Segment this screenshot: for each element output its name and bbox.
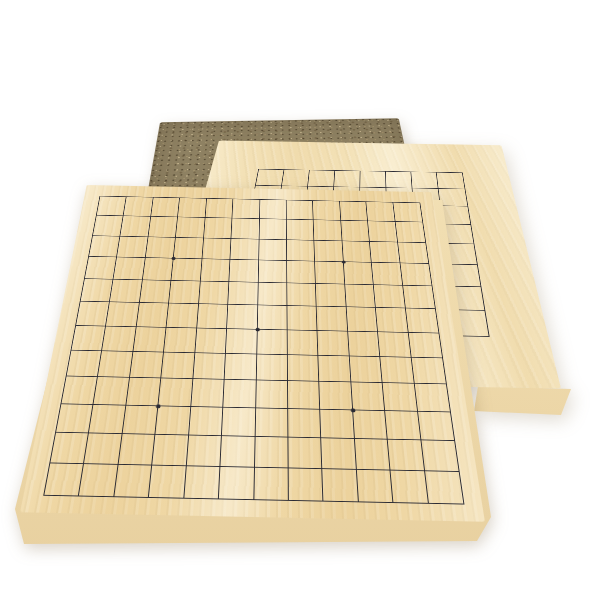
goban-cell (287, 220, 315, 241)
goban-cell (317, 307, 348, 332)
goban-cell (388, 440, 425, 471)
goban-cell (374, 285, 406, 309)
goban-cell (228, 282, 258, 306)
goban-cell (124, 197, 154, 217)
goban-cell (191, 379, 225, 407)
goban-cell (376, 308, 408, 333)
goban-cell (254, 467, 289, 500)
goban-cell (94, 377, 130, 405)
goban-cell (289, 468, 324, 501)
goban-cell (411, 358, 446, 385)
goban-cell (288, 438, 322, 469)
goban-cell (110, 279, 143, 302)
goban-cell (256, 381, 288, 409)
goban-cell (149, 465, 186, 498)
goban-cell (319, 382, 352, 410)
goban-cell (152, 435, 188, 466)
goban-cell (227, 305, 258, 330)
goban-cell (197, 304, 228, 329)
goban-cell (287, 330, 318, 356)
goban-cell (178, 198, 207, 218)
goban-cell (122, 405, 158, 434)
goban-cell (200, 259, 230, 282)
goban-cell (321, 438, 356, 469)
goban-cell (79, 464, 118, 497)
goban-cell (126, 378, 161, 406)
goban-cell (232, 199, 260, 219)
goban-cell (133, 327, 166, 353)
hoshi-star-point (350, 408, 355, 412)
goban-cell (400, 263, 432, 286)
goban-cell (383, 383, 418, 411)
goban-cell (44, 463, 84, 496)
goban-cell (231, 219, 259, 240)
goban-cell (89, 405, 126, 434)
goban-cell (184, 466, 220, 499)
goban-cell (106, 302, 139, 327)
goban-cell (351, 383, 385, 411)
goban-cell (81, 279, 114, 302)
goban-cell (319, 356, 352, 383)
goban-cell (161, 352, 195, 379)
goban-cell (230, 239, 259, 261)
goban-cell (202, 238, 231, 260)
goban-cell (193, 353, 226, 380)
goban-cell (288, 409, 321, 439)
goban-cell (259, 239, 287, 261)
hoshi-star-point (255, 327, 259, 331)
board-13x13 (20, 185, 485, 522)
goban-cell (405, 308, 438, 333)
goban-cell (372, 263, 403, 286)
goban-cell (114, 464, 152, 497)
goban-cell (205, 199, 233, 219)
goban-cell (260, 200, 287, 220)
goban-cell (320, 409, 354, 439)
goban-cell (257, 305, 287, 330)
goban-cell (102, 326, 136, 352)
goban-cell (323, 469, 359, 502)
goban-cell (226, 329, 257, 355)
goban-cell (84, 433, 122, 464)
goban-cell (140, 280, 172, 303)
goban-cell (176, 217, 205, 238)
goban-cell (199, 281, 230, 305)
goban-cell (159, 379, 193, 407)
goban-cell (148, 217, 178, 238)
goban-cell (174, 238, 204, 260)
goban-cell (385, 411, 421, 441)
goban-cell (229, 260, 258, 283)
hoshi-star-point (341, 261, 345, 264)
goban-cell (418, 411, 455, 441)
goban-cell (414, 384, 450, 412)
goban-cell (398, 242, 429, 264)
goban-cell (353, 410, 388, 440)
goban-cell (408, 332, 442, 358)
goban-cell (258, 260, 287, 283)
goban-cell (50, 433, 89, 464)
goban-cell (368, 221, 398, 242)
goban-cell (425, 471, 464, 504)
goban-cell (219, 467, 255, 500)
goban-cell (130, 352, 164, 379)
goban-cell (98, 351, 133, 378)
goban-cell (164, 327, 197, 353)
goban-cell (349, 356, 382, 383)
goban-cell (85, 257, 117, 279)
goban-cell (344, 262, 374, 285)
goban-cell (348, 331, 380, 357)
goban-cell (287, 240, 315, 262)
goban-cell (114, 257, 146, 279)
goban-cell (71, 325, 106, 351)
goban-cell (380, 357, 414, 384)
goban-cell (93, 216, 124, 237)
goban-cell (97, 196, 127, 216)
goban-grid-13x13 (43, 196, 464, 505)
goban-cell (117, 236, 148, 258)
goban-cell (256, 354, 288, 381)
goban-cell (391, 470, 429, 503)
goban-cell (169, 281, 200, 305)
goban-cell (346, 307, 378, 332)
goban-cell (287, 200, 314, 220)
goban-cell (395, 222, 425, 243)
goban-cell (255, 437, 289, 468)
goban-cell (89, 236, 121, 258)
goban-cell (195, 328, 227, 354)
goban-cell (315, 241, 344, 263)
goban-cell (118, 434, 155, 465)
goban-cell (315, 262, 345, 285)
goban-cell (288, 381, 321, 409)
goban-cell (258, 282, 288, 306)
goban-cell (156, 406, 191, 436)
goban-cell (56, 404, 94, 433)
goban-cell (259, 219, 287, 240)
goban-cell (288, 355, 320, 382)
goban-cell (313, 201, 341, 221)
goban-cell (318, 331, 350, 357)
goban-cell (287, 261, 316, 284)
goban-cell (151, 198, 180, 218)
goban-cell (189, 407, 224, 437)
goban-cell (136, 303, 169, 328)
goban-cell (204, 218, 233, 239)
goban-cell (167, 303, 199, 328)
goban-cell (357, 469, 394, 502)
goban-cell (314, 220, 342, 241)
goban-cell (345, 284, 376, 308)
goban-cell (222, 407, 256, 437)
board-13x13-layer (0, 0, 600, 600)
goban-cell (378, 332, 411, 358)
goban-cell (225, 354, 257, 381)
goban-cell (403, 285, 435, 309)
goban-cell (143, 258, 174, 281)
goban-cell (220, 436, 255, 467)
goban-cell (121, 216, 151, 237)
goban-cell (76, 302, 110, 327)
goban-cell (257, 329, 288, 355)
goban-cell (342, 241, 372, 263)
goban-cell (316, 284, 346, 308)
goban-cell (370, 242, 400, 264)
goban-cell (255, 408, 288, 438)
goban-cell (340, 201, 368, 221)
goban-cell (421, 440, 459, 471)
goban-cell (186, 436, 221, 467)
goban-cell (287, 306, 317, 331)
goban-cell (172, 259, 203, 282)
goban-cell (341, 221, 370, 242)
goban-cell (66, 350, 102, 377)
goban-cell (393, 203, 422, 223)
goban-cell (223, 380, 256, 408)
goban-cell (355, 439, 391, 470)
goban-cell (287, 283, 317, 307)
goban-cell (366, 202, 395, 222)
product-photo-scene (0, 0, 600, 600)
goban-cell (61, 377, 98, 405)
goban-cell (145, 237, 175, 259)
